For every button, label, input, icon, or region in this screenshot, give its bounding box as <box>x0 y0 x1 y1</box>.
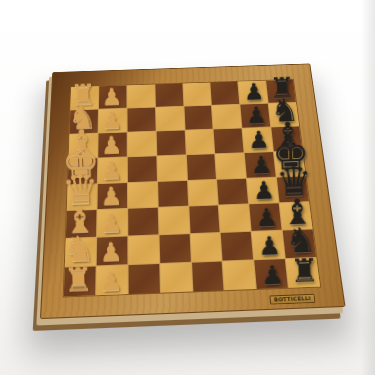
square[interactable] <box>191 262 223 292</box>
chess-board: ♜♟♟♜♞♟♟♞♝♟♟♝♚♟♟♚♛♟♟♛♝♟♟♝♞♟♟♞♜♟♟♜ BOTTICE… <box>40 63 346 319</box>
square[interactable] <box>156 107 184 131</box>
square[interactable]: ♟ <box>243 127 273 152</box>
square[interactable] <box>127 107 155 131</box>
black-pawn[interactable]: ♟ <box>252 178 275 203</box>
black-pawn[interactable]: ♟ <box>260 262 284 289</box>
black-pawn[interactable]: ♟ <box>243 80 264 103</box>
square[interactable]: ♟ <box>98 108 126 132</box>
square[interactable] <box>214 128 244 153</box>
square[interactable] <box>183 83 211 106</box>
square[interactable]: ♟ <box>255 259 289 289</box>
board-grid: ♜♟♟♜♞♟♟♞♝♟♟♝♚♟♟♚♛♟♟♛♝♟♟♝♞♟♟♞♜♟♟♜ <box>63 79 322 298</box>
white-pawn[interactable]: ♟ <box>101 85 122 108</box>
white-pawn[interactable]: ♟ <box>99 268 123 295</box>
square[interactable]: ♟ <box>96 265 127 295</box>
square[interactable] <box>217 178 248 205</box>
square[interactable] <box>127 84 155 107</box>
square[interactable] <box>157 155 187 181</box>
square[interactable] <box>127 131 156 156</box>
black-rook[interactable]: ♜ <box>289 254 319 287</box>
white-pawn[interactable]: ♟ <box>100 184 123 209</box>
white-pawn[interactable]: ♟ <box>101 133 123 157</box>
square[interactable] <box>155 84 183 107</box>
square[interactable] <box>186 154 216 180</box>
square[interactable] <box>160 263 192 293</box>
white-pawn[interactable]: ♟ <box>101 158 123 183</box>
square[interactable] <box>158 207 189 235</box>
square[interactable] <box>185 129 214 154</box>
black-pawn[interactable]: ♟ <box>250 153 272 178</box>
square[interactable]: ♟ <box>250 204 282 232</box>
square[interactable] <box>219 205 251 233</box>
square[interactable] <box>159 234 190 263</box>
square[interactable] <box>128 236 159 265</box>
square[interactable]: ♟ <box>98 157 127 183</box>
white-pawn[interactable]: ♟ <box>100 211 123 237</box>
square[interactable]: ♟ <box>97 183 126 210</box>
square[interactable] <box>223 260 256 290</box>
square[interactable] <box>211 82 240 105</box>
black-pawn[interactable]: ♟ <box>255 205 278 231</box>
square[interactable] <box>128 208 158 236</box>
square[interactable]: ♟ <box>97 209 127 237</box>
square[interactable] <box>184 106 213 130</box>
square[interactable]: ♟ <box>241 104 271 128</box>
square[interactable] <box>190 233 222 262</box>
square[interactable]: ♟ <box>98 132 126 157</box>
white-rook[interactable]: ♜ <box>64 263 94 297</box>
square[interactable]: ♟ <box>247 177 279 204</box>
square[interactable] <box>188 179 219 206</box>
square[interactable]: ♟ <box>252 231 285 260</box>
square[interactable]: ♟ <box>238 81 267 104</box>
brand-plaque: BOTTICELLI <box>269 294 315 305</box>
black-pawn[interactable]: ♟ <box>257 233 281 259</box>
black-pawn[interactable]: ♟ <box>248 128 270 152</box>
square[interactable]: ♜ <box>286 258 320 288</box>
square[interactable] <box>128 264 159 294</box>
square[interactable] <box>128 156 157 182</box>
square[interactable] <box>221 232 253 261</box>
white-pawn[interactable]: ♟ <box>101 108 123 132</box>
black-pawn[interactable]: ♟ <box>245 103 267 127</box>
square[interactable] <box>212 105 241 129</box>
board-frame: ♜♟♟♜♞♟♟♞♝♟♟♝♚♟♟♚♛♟♟♛♝♟♟♝♞♟♟♞♜♟♟♜ BOTTICE… <box>40 63 346 319</box>
square[interactable] <box>156 130 185 155</box>
square[interactable]: ♟ <box>97 237 128 266</box>
square[interactable] <box>189 206 220 234</box>
square[interactable] <box>128 182 158 209</box>
square[interactable]: ♜ <box>64 267 96 297</box>
square[interactable] <box>216 153 246 179</box>
square[interactable] <box>158 180 188 207</box>
chess-set-photo: ♜♟♟♜♞♟♟♞♝♟♟♝♚♟♟♚♛♟♟♛♝♟♟♝♞♟♟♞♜♟♟♜ BOTTICE… <box>0 0 375 375</box>
square[interactable]: ♟ <box>99 85 126 108</box>
white-pawn[interactable]: ♟ <box>100 239 124 265</box>
